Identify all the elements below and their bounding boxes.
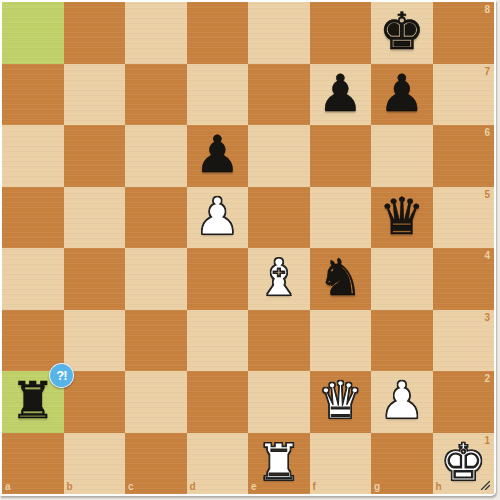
square-b5[interactable] — [64, 187, 126, 249]
rank-label-4: 4 — [484, 251, 490, 261]
square-d1[interactable]: d — [187, 433, 249, 495]
piece-black-knight[interactable]: ♞ — [317, 252, 363, 303]
square-b8[interactable] — [64, 2, 126, 64]
board-frame: ?! ♚8♟♟7♟6♟♛5♝♞43♜♛♟2abcd♜efg♚1h — [0, 0, 496, 496]
square-a5[interactable] — [2, 187, 64, 249]
square-h3[interactable]: 3 — [433, 310, 495, 372]
rank-label-8: 8 — [484, 5, 490, 15]
square-c6[interactable] — [125, 125, 187, 187]
square-h4[interactable]: 4 — [433, 248, 495, 310]
square-d4[interactable] — [187, 248, 249, 310]
rank-label-7: 7 — [484, 67, 490, 77]
square-e6[interactable] — [248, 125, 310, 187]
square-d5[interactable]: ♟ — [187, 187, 249, 249]
square-e3[interactable] — [248, 310, 310, 372]
square-f6[interactable] — [310, 125, 372, 187]
rank-label-2: 2 — [484, 374, 490, 384]
file-label-d: d — [190, 482, 196, 492]
square-g2[interactable]: ♟ — [371, 371, 433, 433]
piece-black-rook[interactable]: ♜ — [10, 375, 56, 426]
square-f7[interactable]: ♟ — [310, 64, 372, 126]
piece-black-pawn[interactable]: ♟ — [194, 129, 240, 180]
piece-black-pawn[interactable]: ♟ — [317, 68, 363, 119]
square-f3[interactable] — [310, 310, 372, 372]
file-label-g: g — [374, 482, 380, 492]
square-d8[interactable] — [187, 2, 249, 64]
file-label-b: b — [67, 482, 73, 492]
board-resize-handle-icon[interactable] — [480, 480, 490, 490]
square-d3[interactable] — [187, 310, 249, 372]
rank-label-3: 3 — [484, 313, 490, 323]
square-f4[interactable]: ♞ — [310, 248, 372, 310]
square-g4[interactable] — [371, 248, 433, 310]
square-a6[interactable] — [2, 125, 64, 187]
rank-label-5: 5 — [484, 190, 490, 200]
square-e8[interactable] — [248, 2, 310, 64]
square-b7[interactable] — [64, 64, 126, 126]
chess-board: ?! ♚8♟♟7♟6♟♛5♝♞43♜♛♟2abcd♜efg♚1h — [2, 2, 494, 494]
square-f1[interactable]: f — [310, 433, 372, 495]
file-label-f: f — [313, 482, 316, 492]
square-c7[interactable] — [125, 64, 187, 126]
square-c8[interactable] — [125, 2, 187, 64]
square-b3[interactable] — [64, 310, 126, 372]
square-g6[interactable] — [371, 125, 433, 187]
square-a7[interactable] — [2, 64, 64, 126]
square-g8[interactable]: ♚ — [371, 2, 433, 64]
square-e2[interactable] — [248, 371, 310, 433]
square-g7[interactable]: ♟ — [371, 64, 433, 126]
piece-black-queen[interactable]: ♛ — [379, 191, 425, 242]
square-f5[interactable] — [310, 187, 372, 249]
square-h2[interactable]: 2 — [433, 371, 495, 433]
piece-black-king[interactable]: ♚ — [379, 6, 425, 57]
piece-white-rook[interactable]: ♜ — [256, 437, 302, 488]
square-f8[interactable] — [310, 2, 372, 64]
square-c5[interactable] — [125, 187, 187, 249]
piece-white-bishop[interactable]: ♝ — [256, 252, 302, 303]
square-h8[interactable]: 8 — [433, 2, 495, 64]
piece-white-pawn[interactable]: ♟ — [194, 191, 240, 242]
inaccuracy-glyph-text: ?! — [56, 368, 66, 383]
square-c4[interactable] — [125, 248, 187, 310]
square-h6[interactable]: 6 — [433, 125, 495, 187]
square-g3[interactable] — [371, 310, 433, 372]
square-h5[interactable]: 5 — [433, 187, 495, 249]
square-a8[interactable] — [2, 2, 64, 64]
square-b6[interactable] — [64, 125, 126, 187]
square-d6[interactable]: ♟ — [187, 125, 249, 187]
square-d7[interactable] — [187, 64, 249, 126]
square-a3[interactable] — [2, 310, 64, 372]
rank-label-6: 6 — [484, 128, 490, 138]
square-b4[interactable] — [64, 248, 126, 310]
square-a1[interactable]: a — [2, 433, 64, 495]
square-e7[interactable] — [248, 64, 310, 126]
piece-white-queen[interactable]: ♛ — [317, 375, 363, 426]
square-b1[interactable]: b — [64, 433, 126, 495]
square-a4[interactable] — [2, 248, 64, 310]
piece-black-pawn[interactable]: ♟ — [379, 68, 425, 119]
square-d2[interactable] — [187, 371, 249, 433]
square-g5[interactable]: ♛ — [371, 187, 433, 249]
square-g1[interactable]: g — [371, 433, 433, 495]
square-c3[interactable] — [125, 310, 187, 372]
square-c1[interactable]: c — [125, 433, 187, 495]
square-c2[interactable] — [125, 371, 187, 433]
file-label-a: a — [5, 482, 11, 492]
square-h7[interactable]: 7 — [433, 64, 495, 126]
piece-white-pawn[interactable]: ♟ — [379, 375, 425, 426]
square-e5[interactable] — [248, 187, 310, 249]
move-annotation-badge: ?! — [49, 363, 74, 388]
square-e4[interactable]: ♝ — [248, 248, 310, 310]
square-e1[interactable]: ♜e — [248, 433, 310, 495]
file-label-c: c — [128, 482, 134, 492]
square-f2[interactable]: ♛ — [310, 371, 372, 433]
